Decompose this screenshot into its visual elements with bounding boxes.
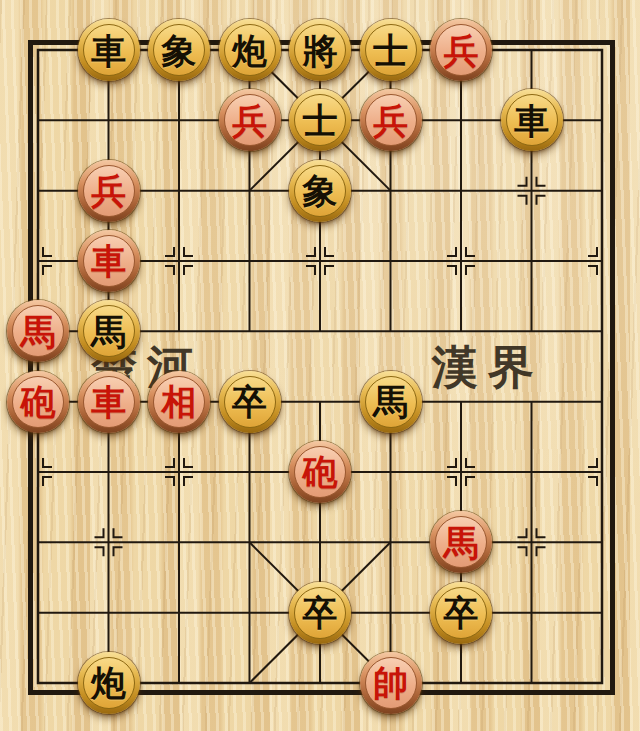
piece-red-pawn[interactable]: 兵 <box>219 89 281 151</box>
piece-glyph: 兵 <box>444 33 479 68</box>
piece-red-cannon[interactable]: 砲 <box>7 371 69 433</box>
piece-red-horse[interactable]: 馬 <box>7 300 69 362</box>
piece-glyph: 兵 <box>232 103 267 138</box>
piece-red-cannon[interactable]: 砲 <box>289 441 351 503</box>
piece-black-chariot[interactable]: 車 <box>501 89 563 151</box>
piece-glyph: 馬 <box>373 384 408 419</box>
piece-red-general[interactable]: 帥 <box>360 652 422 714</box>
piece-glyph: 帥 <box>373 665 408 700</box>
piece-glyph: 兵 <box>373 103 408 138</box>
piece-black-pawn[interactable]: 卒 <box>430 582 492 644</box>
piece-black-chariot[interactable]: 車 <box>78 19 140 81</box>
piece-glyph: 卒 <box>303 595 338 630</box>
piece-glyph: 車 <box>91 384 126 419</box>
piece-black-elephant[interactable]: 象 <box>289 160 351 222</box>
piece-black-horse[interactable]: 馬 <box>78 300 140 362</box>
piece-glyph: 車 <box>91 33 126 68</box>
piece-red-pawn[interactable]: 兵 <box>78 160 140 222</box>
piece-glyph: 砲 <box>303 454 338 489</box>
piece-glyph: 炮 <box>232 33 267 68</box>
piece-black-general[interactable]: 將 <box>289 19 351 81</box>
piece-glyph: 象 <box>162 33 197 68</box>
piece-glyph: 相 <box>162 384 197 419</box>
piece-glyph: 將 <box>303 33 338 68</box>
piece-red-horse[interactable]: 馬 <box>430 511 492 573</box>
piece-red-chariot[interactable]: 車 <box>78 230 140 292</box>
piece-black-pawn[interactable]: 卒 <box>219 371 281 433</box>
piece-glyph: 士 <box>373 33 408 68</box>
piece-black-horse[interactable]: 馬 <box>360 371 422 433</box>
pieces-layer: 車象炮將士兵兵士兵車兵象車馬馬砲車相卒馬砲馬卒卒炮帥 <box>0 0 640 731</box>
piece-glyph: 車 <box>514 103 549 138</box>
piece-glyph: 馬 <box>444 525 479 560</box>
piece-glyph: 車 <box>91 243 126 278</box>
piece-glyph: 卒 <box>232 384 267 419</box>
piece-glyph: 卒 <box>444 595 479 630</box>
piece-glyph: 兵 <box>91 173 126 208</box>
piece-glyph: 砲 <box>21 384 56 419</box>
piece-red-pawn[interactable]: 兵 <box>430 19 492 81</box>
piece-glyph: 炮 <box>91 665 126 700</box>
piece-glyph: 士 <box>303 103 338 138</box>
piece-black-advisor[interactable]: 士 <box>289 89 351 151</box>
piece-black-elephant[interactable]: 象 <box>148 19 210 81</box>
piece-black-cannon[interactable]: 炮 <box>219 19 281 81</box>
piece-red-chariot[interactable]: 車 <box>78 371 140 433</box>
piece-glyph: 馬 <box>91 314 126 349</box>
piece-glyph: 象 <box>303 173 338 208</box>
piece-glyph: 馬 <box>21 314 56 349</box>
piece-black-pawn[interactable]: 卒 <box>289 582 351 644</box>
piece-red-elephant[interactable]: 相 <box>148 371 210 433</box>
piece-black-cannon[interactable]: 炮 <box>78 652 140 714</box>
piece-red-pawn[interactable]: 兵 <box>360 89 422 151</box>
xiangqi-board-screen: 楚河 漢界 車象炮將士兵兵士兵車兵象車馬馬砲車相卒馬砲馬卒卒炮帥 <box>0 0 640 731</box>
piece-black-advisor[interactable]: 士 <box>360 19 422 81</box>
